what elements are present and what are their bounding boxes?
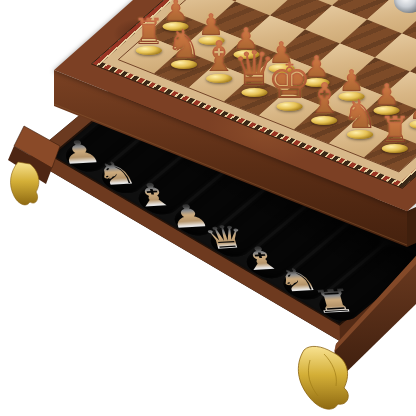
gold-claw-foot-left-icon: [11, 162, 39, 205]
silver-piece-r: ♜: [309, 284, 358, 318]
foot-carving-detail: [308, 354, 336, 396]
chess-set-photo: ♟♞♝♟ ♟♞♝♟♛♝♞♜: [0, 0, 416, 416]
gold-claw-foot-corner-icon: [298, 346, 348, 409]
